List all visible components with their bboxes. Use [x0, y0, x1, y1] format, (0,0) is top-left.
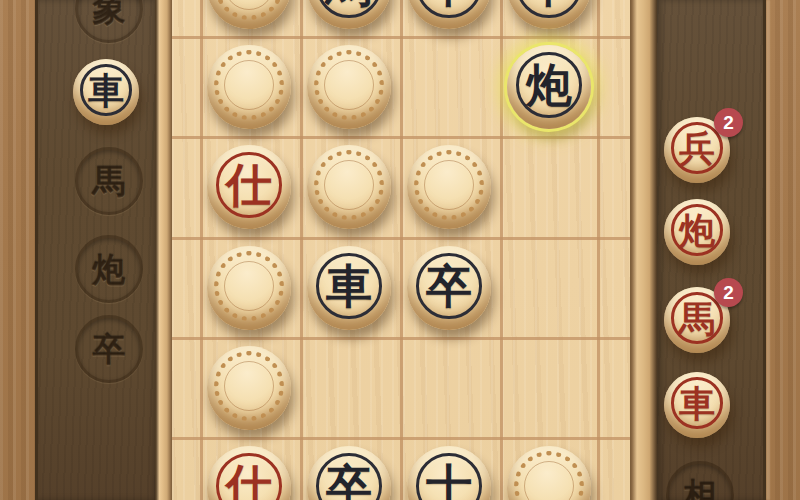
grid-line-horizontal	[172, 237, 630, 240]
piece-character: 炮	[507, 43, 591, 127]
board-r3c3-hidden-face-down-piece[interactable]	[407, 145, 491, 229]
tray-emboss-black-elephant-slot: 象	[75, 0, 143, 43]
emboss-character: 相	[684, 479, 717, 500]
board-r3c1-red-advisor-piece[interactable]: 仕	[207, 145, 291, 229]
emboss-character: 馬	[93, 165, 126, 198]
capture-count-badge: 2	[714, 108, 743, 137]
piece-character: 車	[664, 370, 730, 436]
tray-black-chariot-piece: 車	[73, 59, 139, 125]
meander-ring	[314, 150, 385, 221]
board-r6c2-black-soldier-piece[interactable]: 卒	[307, 446, 391, 500]
piece-character: 卒	[507, 0, 591, 27]
meander-ring	[214, 0, 285, 20]
meander-ring	[314, 50, 385, 121]
board-r2c4-black-cannon-piece[interactable]: 炮	[507, 45, 591, 129]
board-r1c3-black-unknown-piece[interactable]: 卒	[407, 0, 491, 29]
tray-emboss-red-elephant-slot: 相	[666, 461, 734, 500]
tray-red-soldier-piece: 兵2	[664, 117, 730, 183]
tray-red-chariot-piece: 車	[664, 372, 730, 438]
board-r1c4-black-unknown-piece[interactable]: 卒	[507, 0, 591, 29]
tray-emboss-black-horse-slot: 馬	[75, 147, 143, 215]
board-r2c2-hidden-face-down-piece[interactable]	[307, 45, 391, 129]
grid-line-vertical	[200, 0, 203, 500]
grid-line-horizontal	[172, 337, 630, 340]
tray-red-horse-piece: 馬2	[664, 287, 730, 353]
board-frame-right	[630, 0, 657, 500]
piece-character: 車	[73, 57, 139, 123]
board-r1c2-black-unknown-piece[interactable]: 馬	[307, 0, 391, 29]
grid-line-vertical	[597, 0, 600, 500]
board-r1c1-hidden-face-down-piece[interactable]	[207, 0, 291, 29]
board-r6c4-hidden-face-down-piece[interactable]	[507, 446, 591, 500]
meander-ring	[214, 50, 285, 121]
board-r2c1-hidden-face-down-piece[interactable]	[207, 45, 291, 129]
piece-character: 士	[407, 444, 491, 500]
board-frame-left	[155, 0, 172, 500]
game-screen: 象車馬炮卒 馬卒卒炮仕車卒仕卒士 兵2炮馬2車相	[0, 0, 800, 500]
board-r4c3-black-soldier-piece[interactable]: 卒	[407, 246, 491, 330]
tray-red-cannon-piece: 炮	[664, 199, 730, 265]
board-r4c2-black-chariot-piece[interactable]: 車	[307, 246, 391, 330]
meander-ring	[414, 150, 485, 221]
piece-character: 炮	[664, 197, 730, 263]
piece-character: 馬	[307, 0, 391, 27]
board-r6c3-black-advisor-piece[interactable]: 士	[407, 446, 491, 500]
board-r4c1-hidden-face-down-piece[interactable]	[207, 246, 291, 330]
captured-tray-red: 兵2炮馬2車相	[657, 0, 766, 500]
piece-character: 卒	[407, 0, 491, 27]
emboss-character: 卒	[93, 333, 126, 366]
piece-character: 車	[307, 244, 391, 328]
emboss-character: 炮	[93, 253, 126, 286]
capture-count-badge: 2	[714, 278, 743, 307]
tray-emboss-black-cannon-slot: 炮	[75, 235, 143, 303]
board-r6c1-red-advisor-piece[interactable]: 仕	[207, 446, 291, 500]
grid-line-horizontal	[172, 437, 630, 440]
grid-line-horizontal	[172, 36, 630, 39]
piece-character: 仕	[207, 143, 291, 227]
board-r3c2-hidden-face-down-piece[interactable]	[307, 145, 391, 229]
meander-ring	[214, 351, 285, 422]
tray-emboss-black-soldier-slot: 卒	[75, 315, 143, 383]
meander-ring	[214, 251, 285, 322]
board[interactable]: 馬卒卒炮仕車卒仕卒士	[172, 0, 630, 500]
piece-character: 卒	[407, 244, 491, 328]
grid-line-vertical	[500, 0, 503, 500]
grid-line-vertical	[300, 0, 303, 500]
grid-line-vertical	[400, 0, 403, 500]
piece-character: 仕	[207, 444, 291, 500]
board-r5c1-hidden-face-down-piece[interactable]	[207, 346, 291, 430]
piece-character: 卒	[307, 444, 391, 500]
emboss-character: 象	[93, 0, 126, 26]
meander-ring	[514, 451, 585, 500]
captured-tray-black: 象車馬炮卒	[35, 0, 158, 500]
grid-line-horizontal	[172, 136, 630, 139]
